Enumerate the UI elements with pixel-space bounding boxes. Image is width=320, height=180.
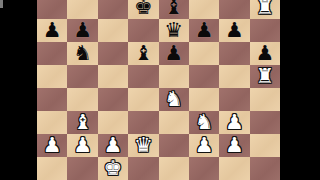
square-d3 bbox=[128, 111, 158, 134]
square-f1 bbox=[189, 157, 219, 180]
letterbox-right bbox=[280, 0, 320, 180]
square-f6 bbox=[189, 42, 219, 65]
square-b1 bbox=[67, 157, 97, 180]
white-knight: ♞ bbox=[195, 112, 214, 133]
square-c1: ♚ bbox=[98, 157, 128, 180]
square-d5 bbox=[128, 65, 158, 88]
square-e7: ♛ bbox=[159, 19, 189, 42]
square-b4 bbox=[67, 88, 97, 111]
white-pawn: ♟ bbox=[43, 135, 62, 156]
black-pawn: ♟ bbox=[225, 20, 244, 41]
video-artifact bbox=[0, 0, 3, 8]
square-f5 bbox=[189, 65, 219, 88]
square-c3 bbox=[98, 111, 128, 134]
square-e3 bbox=[159, 111, 189, 134]
black-pawn: ♟ bbox=[195, 20, 214, 41]
square-f7: ♟ bbox=[189, 19, 219, 42]
square-g5 bbox=[219, 65, 249, 88]
square-h1 bbox=[250, 157, 280, 180]
black-bishop: ♝ bbox=[164, 0, 183, 18]
square-a3 bbox=[37, 111, 67, 134]
square-c7 bbox=[98, 19, 128, 42]
black-pawn: ♟ bbox=[73, 20, 92, 41]
square-g3: ♟ bbox=[219, 111, 249, 134]
letterbox-left bbox=[0, 0, 37, 180]
square-b2: ♟ bbox=[67, 134, 97, 157]
square-h7 bbox=[250, 19, 280, 42]
square-f3: ♞ bbox=[189, 111, 219, 134]
square-f8 bbox=[189, 0, 219, 19]
black-king: ♚ bbox=[134, 0, 153, 18]
white-king: ♚ bbox=[104, 158, 123, 179]
square-c6 bbox=[98, 42, 128, 65]
square-b3: ♝ bbox=[67, 111, 97, 134]
square-e1 bbox=[159, 157, 189, 180]
square-b7: ♟ bbox=[67, 19, 97, 42]
square-g7: ♟ bbox=[219, 19, 249, 42]
square-f4 bbox=[189, 88, 219, 111]
square-b8 bbox=[67, 0, 97, 19]
square-a8 bbox=[37, 0, 67, 19]
square-d6: ♝ bbox=[128, 42, 158, 65]
white-pawn: ♟ bbox=[225, 112, 244, 133]
square-c5 bbox=[98, 65, 128, 88]
black-knight: ♞ bbox=[73, 43, 92, 64]
white-pawn: ♟ bbox=[225, 135, 244, 156]
square-a5 bbox=[37, 65, 67, 88]
black-pawn: ♟ bbox=[164, 43, 183, 64]
square-g8 bbox=[219, 0, 249, 19]
square-c4 bbox=[98, 88, 128, 111]
square-h5: ♜ bbox=[250, 65, 280, 88]
square-a4 bbox=[37, 88, 67, 111]
square-d7 bbox=[128, 19, 158, 42]
square-a6 bbox=[37, 42, 67, 65]
square-d4 bbox=[128, 88, 158, 111]
black-queen: ♛ bbox=[164, 20, 183, 41]
square-c2: ♟ bbox=[98, 134, 128, 157]
square-h8: ♜ bbox=[250, 0, 280, 19]
square-c8 bbox=[98, 0, 128, 19]
square-h4 bbox=[250, 88, 280, 111]
chess-board: ♚♝♜♟♟♛♟♟♞♝♟♟♜♞♝♞♟♟♟♟♛♟♟♚ bbox=[37, 0, 280, 180]
square-d8: ♚ bbox=[128, 0, 158, 19]
square-f2: ♟ bbox=[189, 134, 219, 157]
square-b6: ♞ bbox=[67, 42, 97, 65]
square-g1 bbox=[219, 157, 249, 180]
square-d1 bbox=[128, 157, 158, 180]
black-pawn: ♟ bbox=[255, 43, 274, 64]
square-g4 bbox=[219, 88, 249, 111]
square-a7: ♟ bbox=[37, 19, 67, 42]
white-bishop: ♝ bbox=[73, 112, 92, 133]
square-a1 bbox=[37, 157, 67, 180]
black-pawn: ♟ bbox=[43, 20, 62, 41]
white-knight: ♞ bbox=[164, 89, 183, 110]
square-e6: ♟ bbox=[159, 42, 189, 65]
white-pawn: ♟ bbox=[73, 135, 92, 156]
white-pawn: ♟ bbox=[104, 135, 123, 156]
square-g6 bbox=[219, 42, 249, 65]
white-queen: ♛ bbox=[134, 135, 153, 156]
square-h3 bbox=[250, 111, 280, 134]
square-e2 bbox=[159, 134, 189, 157]
square-b5 bbox=[67, 65, 97, 88]
square-d2: ♛ bbox=[128, 134, 158, 157]
square-a2: ♟ bbox=[37, 134, 67, 157]
square-h2 bbox=[250, 134, 280, 157]
white-rook: ♜ bbox=[255, 66, 274, 87]
white-rook: ♜ bbox=[255, 0, 274, 18]
video-frame: ♚♝♜♟♟♛♟♟♞♝♟♟♜♞♝♞♟♟♟♟♛♟♟♚ bbox=[0, 0, 320, 180]
square-e5 bbox=[159, 65, 189, 88]
square-g2: ♟ bbox=[219, 134, 249, 157]
square-e4: ♞ bbox=[159, 88, 189, 111]
white-pawn: ♟ bbox=[195, 135, 214, 156]
square-h6: ♟ bbox=[250, 42, 280, 65]
black-bishop: ♝ bbox=[134, 43, 153, 64]
square-e8: ♝ bbox=[159, 0, 189, 19]
